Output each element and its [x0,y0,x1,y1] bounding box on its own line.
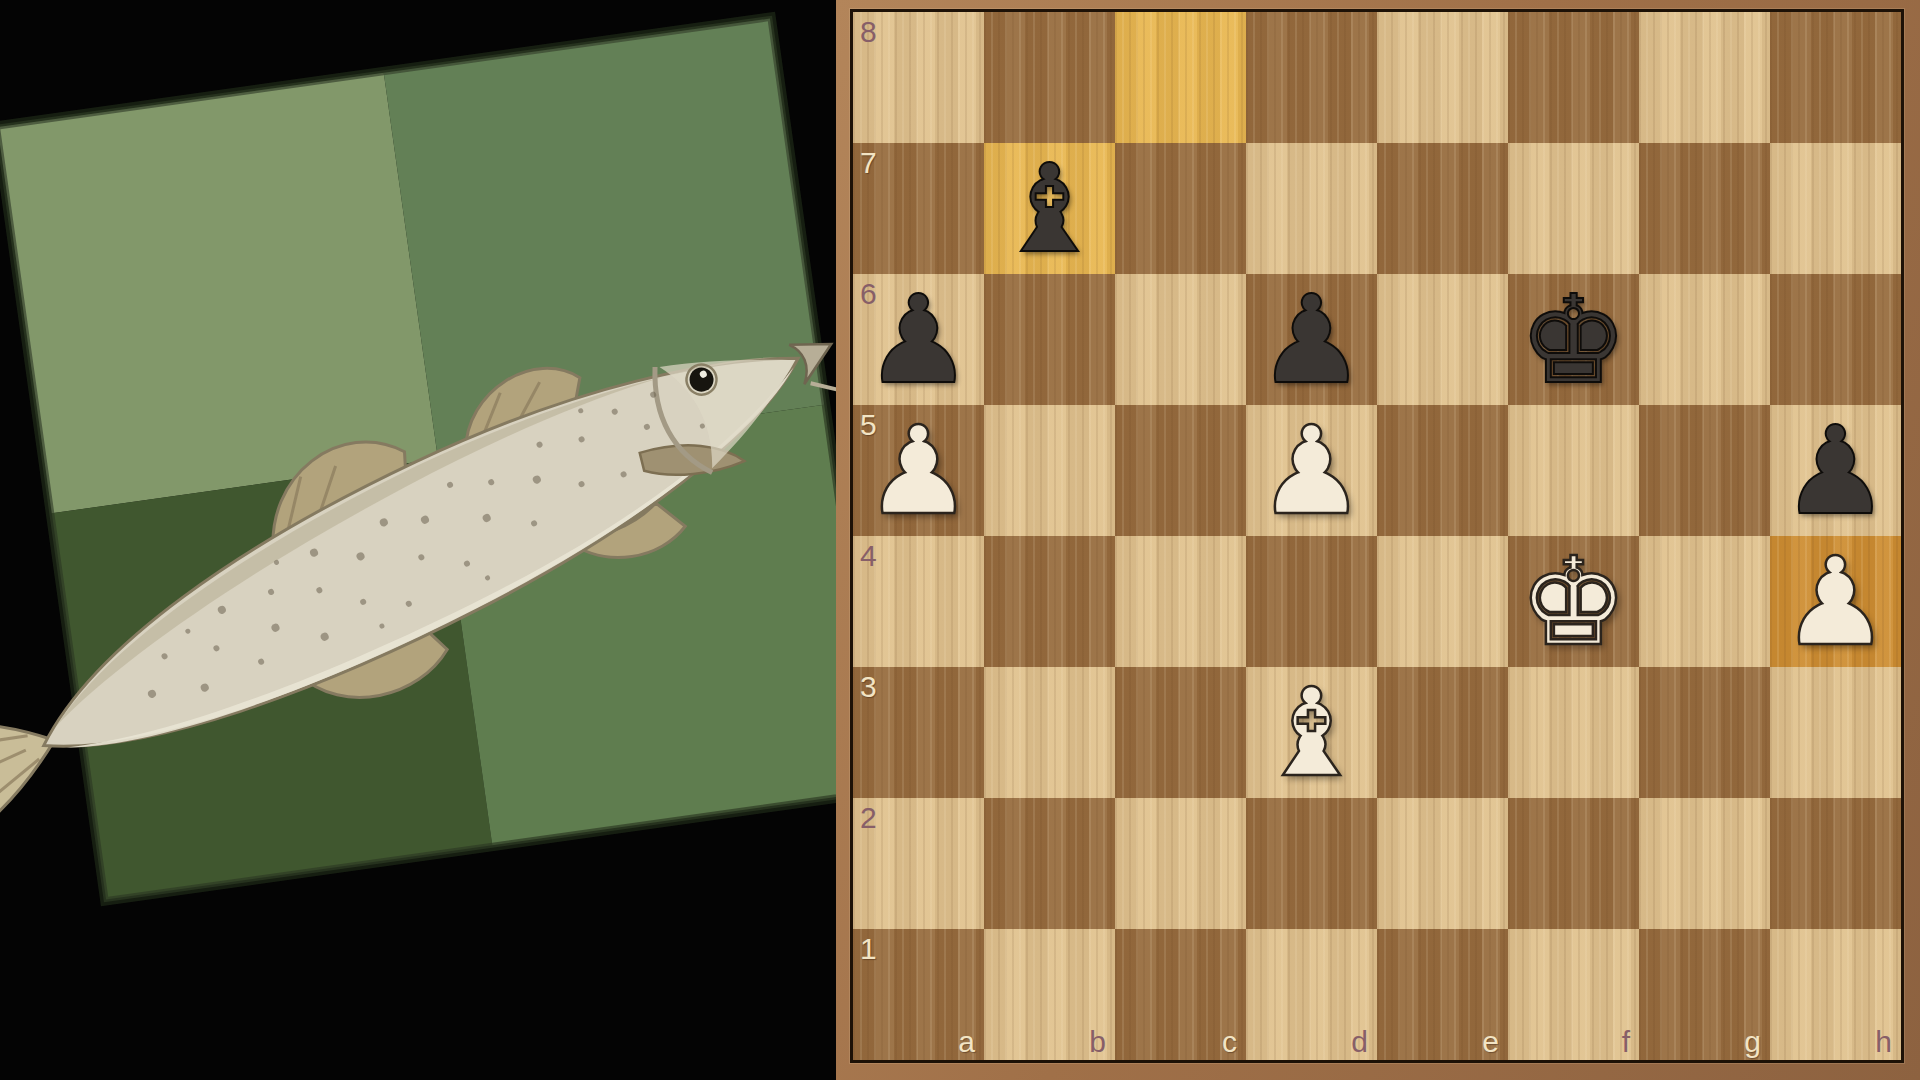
square-d8[interactable] [1246,12,1377,143]
black-pawn[interactable]: ♟ [1246,274,1377,405]
square-f8[interactable] [1508,12,1639,143]
rank-label-3: 3 [860,670,877,704]
square-g6[interactable] [1639,274,1770,405]
square-b8[interactable] [984,12,1115,143]
square-e2[interactable] [1377,798,1508,929]
square-h7[interactable] [1770,143,1901,274]
square-a5[interactable]: 5♟ [853,405,984,536]
square-a3[interactable]: 3 [853,667,984,798]
rank-label-1: 1 [860,932,877,966]
square-h4[interactable]: ♟ [1770,536,1901,667]
square-e4[interactable] [1377,536,1508,667]
square-d5[interactable]: ♟ [1246,405,1377,536]
square-c2[interactable] [1115,798,1246,929]
file-label-f: f [1622,1025,1630,1059]
rank-label-7: 7 [860,146,877,180]
square-c3[interactable] [1115,667,1246,798]
square-d6[interactable]: ♟ [1246,274,1377,405]
square-f5[interactable] [1508,405,1639,536]
square-d3[interactable]: ♝ [1246,667,1377,798]
square-f3[interactable] [1508,667,1639,798]
square-a1[interactable]: 1a [853,929,984,1060]
white-pawn[interactable]: ♟ [1770,536,1901,667]
file-label-b: b [1089,1025,1106,1059]
square-c8[interactable] [1115,12,1246,143]
black-pawn[interactable]: ♟ [1770,405,1901,536]
square-c5[interactable] [1115,405,1246,536]
black-bishop[interactable]: ♝ [984,143,1115,274]
square-a4[interactable]: 4 [853,536,984,667]
square-e8[interactable] [1377,12,1508,143]
square-e5[interactable] [1377,405,1508,536]
square-c4[interactable] [1115,536,1246,667]
file-label-e: e [1482,1025,1499,1059]
chess-board-frame: 87♝6♟♟♚5♟♟♟4♚♟3♝21abcdefgh [836,0,1920,1080]
square-e3[interactable] [1377,667,1508,798]
square-f2[interactable] [1508,798,1639,929]
black-king[interactable]: ♚ [1508,274,1639,405]
square-f6[interactable]: ♚ [1508,274,1639,405]
square-d4[interactable] [1246,536,1377,667]
square-e7[interactable] [1377,143,1508,274]
file-label-d: d [1351,1025,1368,1059]
square-h5[interactable]: ♟ [1770,405,1901,536]
square-b7[interactable]: ♝ [984,143,1115,274]
file-label-c: c [1222,1025,1237,1059]
white-pawn[interactable]: ♟ [853,405,984,536]
square-h3[interactable] [1770,667,1901,798]
square-g4[interactable] [1639,536,1770,667]
square-h2[interactable] [1770,798,1901,929]
rank-label-4: 4 [860,539,877,573]
square-b6[interactable] [984,274,1115,405]
white-bishop[interactable]: ♝ [1246,667,1377,798]
square-c7[interactable] [1115,143,1246,274]
square-e1[interactable]: e [1377,929,1508,1060]
stockfish-logo-panel [0,0,836,1080]
square-g3[interactable] [1639,667,1770,798]
square-f1[interactable]: f [1508,929,1639,1060]
square-e6[interactable] [1377,274,1508,405]
black-pawn[interactable]: ♟ [853,274,984,405]
square-b5[interactable] [984,405,1115,536]
square-b3[interactable] [984,667,1115,798]
square-b1[interactable]: b [984,929,1115,1060]
white-king[interactable]: ♚ [1508,536,1639,667]
chess-board[interactable]: 87♝6♟♟♚5♟♟♟4♚♟3♝21abcdefgh [853,12,1901,1060]
square-c1[interactable]: c [1115,929,1246,1060]
stockfish-fish-logo [0,0,836,1080]
square-f4[interactable]: ♚ [1508,536,1639,667]
square-f7[interactable] [1508,143,1639,274]
square-h1[interactable]: h [1770,929,1901,1060]
square-c6[interactable] [1115,274,1246,405]
square-d2[interactable] [1246,798,1377,929]
square-a7[interactable]: 7 [853,143,984,274]
square-h8[interactable] [1770,12,1901,143]
rank-label-2: 2 [860,801,877,835]
square-d7[interactable] [1246,143,1377,274]
file-label-g: g [1744,1025,1761,1059]
file-label-h: h [1875,1025,1892,1059]
white-pawn[interactable]: ♟ [1246,405,1377,536]
square-g2[interactable] [1639,798,1770,929]
screenshot-root: 87♝6♟♟♚5♟♟♟4♚♟3♝21abcdefgh [0,0,1920,1080]
square-g1[interactable]: g [1639,929,1770,1060]
square-b2[interactable] [984,798,1115,929]
square-g7[interactable] [1639,143,1770,274]
square-a8[interactable]: 8 [853,12,984,143]
square-d1[interactable]: d [1246,929,1377,1060]
square-g5[interactable] [1639,405,1770,536]
square-a6[interactable]: 6♟ [853,274,984,405]
file-label-a: a [958,1025,975,1059]
square-b4[interactable] [984,536,1115,667]
square-h6[interactable] [1770,274,1901,405]
square-a2[interactable]: 2 [853,798,984,929]
square-g8[interactable] [1639,12,1770,143]
rank-label-8: 8 [860,15,877,49]
